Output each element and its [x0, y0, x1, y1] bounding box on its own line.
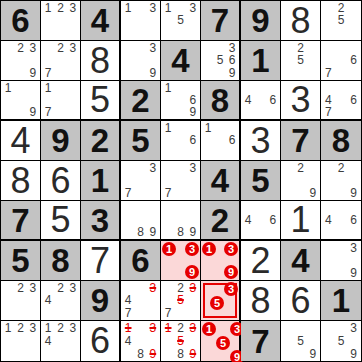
- pencil-marks: 25: [322, 2, 360, 39]
- candidate-1: 1: [2, 322, 14, 335]
- cell-r2c5[interactable]: 4: [161, 41, 201, 81]
- given-digit: 7: [201, 1, 239, 40]
- cell-r2c9[interactable]: 67: [321, 41, 361, 81]
- cell-r1c4[interactable]: 13: [121, 1, 161, 41]
- cell-r7c2[interactable]: 8: [41, 241, 81, 281]
- highlighted-candidate-3: 3: [185, 242, 199, 256]
- pencil-marks: 89: [162, 202, 199, 238]
- solved-digit: 5: [41, 201, 80, 239]
- cell-r7c3[interactable]: 7: [81, 241, 121, 281]
- cell-r5c2[interactable]: 6: [41, 161, 81, 201]
- given-digit: 7: [1, 201, 40, 239]
- pencil-marks: 25: [282, 42, 319, 79]
- given-digit: 1: [321, 281, 361, 320]
- candidate-7: 7: [122, 307, 134, 319]
- given-digit: 5: [1, 241, 40, 280]
- cell-r2c6[interactable]: 3569: [201, 41, 241, 81]
- cell-r6c3[interactable]: 3: [81, 201, 121, 241]
- candidate-3: 3: [67, 322, 79, 335]
- candidate-9: 9: [27, 106, 39, 118]
- candidate-9: 9: [347, 347, 360, 360]
- candidate-9: 9: [187, 226, 199, 238]
- candidate-5: 5: [214, 54, 226, 66]
- given-digit: 5: [241, 161, 280, 200]
- pencil-marks: 59: [282, 322, 319, 360]
- cell-r8c8[interactable]: 6: [281, 281, 321, 321]
- solved-digit: 6: [281, 281, 320, 320]
- cell-r4c9[interactable]: 8: [321, 121, 361, 161]
- given-digit: 2: [121, 81, 160, 119]
- cell-r1c7[interactable]: 9: [241, 1, 281, 41]
- cell-r3c4[interactable]: 2: [121, 81, 161, 121]
- highlighted-candidate-1: 1: [162, 242, 176, 256]
- pencil-marks: 13: [122, 2, 159, 39]
- candidate-4: 4: [42, 294, 54, 306]
- cell-r9c9[interactable]: 359: [321, 321, 361, 361]
- candidate-9: 9: [27, 67, 39, 79]
- pencil-marks: 123589: [162, 322, 199, 360]
- cell-r8c7[interactable]: 8: [241, 281, 281, 321]
- pencil-marks: 139: [202, 242, 238, 279]
- cell-r3c3[interactable]: 5: [81, 81, 121, 121]
- cell-r2c4[interactable]: 39: [121, 41, 161, 81]
- pencil-marks: 237: [42, 42, 79, 79]
- pencil-marks: 46: [242, 202, 279, 238]
- cell-r6c8[interactable]: 1: [281, 201, 321, 241]
- candidate-6: 6: [226, 54, 238, 66]
- candidate-3: 3: [147, 2, 159, 14]
- solved-digit: 4: [1, 121, 40, 160]
- solved-digit: 6: [81, 321, 119, 361]
- candidate-6: 6: [187, 134, 199, 146]
- candidate-2: 2: [335, 162, 348, 174]
- cell-r9c7[interactable]: 7: [241, 321, 281, 361]
- candidate-3: 3: [27, 42, 39, 54]
- candidate-2: 2: [174, 282, 186, 294]
- candidate-2: 2: [294, 162, 306, 174]
- eliminated-candidate-5: 5: [174, 294, 186, 306]
- cell-r4c3[interactable]: 2: [81, 121, 121, 161]
- cell-r6c9[interactable]: 46: [321, 201, 361, 241]
- solved-digit: 3: [281, 81, 320, 119]
- candidate-1: 1: [42, 322, 54, 335]
- solved-digit: 3: [241, 121, 280, 160]
- cell-r9c8[interactable]: 59: [281, 321, 321, 361]
- sudoku-board: 6123413135798252392378394356912567191752…: [0, 0, 362, 362]
- eliminated-candidate-9: 9: [187, 347, 199, 360]
- candidate-9: 9: [347, 187, 360, 199]
- given-digit: 2: [201, 201, 239, 239]
- given-digit: 4: [201, 161, 239, 200]
- cell-r4c5[interactable]: 16: [161, 121, 201, 161]
- pencil-marks: 46: [322, 202, 360, 238]
- candidate-3: 3: [147, 42, 159, 54]
- candidate-7: 7: [322, 106, 335, 118]
- cell-r7c7[interactable]: 2: [241, 241, 281, 281]
- pencil-marks: 29: [322, 162, 360, 199]
- cell-r8c1[interactable]: 23: [1, 281, 41, 321]
- candidate-6: 6: [267, 214, 279, 226]
- solved-digit: 8: [241, 281, 280, 320]
- pencil-marks: 467: [322, 82, 360, 118]
- cell-r5c1[interactable]: 8: [1, 161, 41, 201]
- candidate-4: 4: [42, 335, 54, 348]
- candidate-3: 3: [27, 282, 39, 294]
- cell-r5c5[interactable]: 37: [161, 161, 201, 201]
- cell-r2c7[interactable]: 1: [241, 41, 281, 81]
- candidate-3: 3: [67, 2, 79, 14]
- eliminated-candidate-1: 1: [162, 322, 174, 335]
- candidate-2: 2: [14, 322, 26, 335]
- cell-r9c5[interactable]: 123589: [161, 321, 201, 361]
- cell-r7c4[interactable]: 6: [121, 241, 161, 281]
- cell-r1c6[interactable]: 7: [201, 1, 241, 41]
- cell-r7c1[interactable]: 5: [1, 241, 41, 281]
- cell-r1c9[interactable]: 25: [321, 1, 361, 41]
- solved-digit: 8: [1, 161, 40, 200]
- cell-r1c3[interactable]: 4: [81, 1, 121, 41]
- pencil-marks: 169: [162, 82, 199, 118]
- cell-r8c2[interactable]: 234: [41, 281, 81, 321]
- candidate-9: 9: [307, 187, 319, 199]
- cell-r1c8[interactable]: 8: [281, 1, 321, 41]
- cell-r4c1[interactable]: 4: [1, 121, 41, 161]
- pencil-marks: 359: [322, 322, 360, 360]
- candidate-5: 5: [335, 335, 348, 348]
- candidate-3: 3: [147, 162, 159, 174]
- candidate-9: 9: [147, 67, 159, 79]
- candidate-4: 4: [122, 294, 134, 306]
- given-digit: 7: [281, 121, 320, 160]
- cell-r8c4[interactable]: 347: [121, 281, 161, 321]
- given-digit: 2: [81, 121, 119, 160]
- pencil-marks: 89: [122, 202, 159, 238]
- cell-r7c6[interactable]: 139: [201, 241, 241, 281]
- pencil-marks: 1359: [202, 322, 238, 360]
- pencil-marks: 67: [322, 42, 360, 79]
- given-digit: 9: [81, 281, 119, 320]
- candidate-2: 2: [54, 42, 66, 54]
- pencil-marks: 29: [282, 162, 319, 199]
- given-digit: 4: [161, 41, 200, 80]
- given-digit: 4: [281, 241, 320, 280]
- candidate-2: 2: [54, 282, 66, 294]
- candidate-9: 9: [226, 67, 238, 79]
- given-digit: 4: [81, 1, 119, 40]
- cell-r4c4[interactable]: 5: [121, 121, 161, 161]
- solved-digit: 8: [281, 1, 320, 40]
- cell-r4c2[interactable]: 9: [41, 121, 81, 161]
- cell-r7c8[interactable]: 4: [281, 241, 321, 281]
- cell-r9c6[interactable]: 1359: [201, 321, 241, 361]
- cell-r3c6[interactable]: 8: [201, 81, 241, 121]
- cell-r1c5[interactable]: 135: [161, 1, 201, 41]
- candidate-7: 7: [162, 307, 174, 319]
- solved-digit: 5: [81, 81, 119, 119]
- cell-r5c7[interactable]: 5: [241, 161, 281, 201]
- cell-r5c6[interactable]: 4: [201, 161, 241, 201]
- given-digit: 8: [321, 121, 361, 160]
- candidate-3: 3: [187, 162, 199, 174]
- given-digit: 7: [241, 321, 280, 361]
- candidate-8: 8: [174, 347, 186, 360]
- cell-r7c9[interactable]: 39: [321, 241, 361, 281]
- highlighted-candidate-9: 9: [224, 265, 238, 279]
- candidate-2: 2: [294, 42, 306, 54]
- cell-r5c9[interactable]: 29: [321, 161, 361, 201]
- given-digit: 1: [81, 161, 119, 200]
- pencil-marks: 37: [162, 162, 199, 199]
- candidate-4: 4: [242, 94, 254, 106]
- cell-r3c2[interactable]: 17: [41, 81, 81, 121]
- highlighted-candidate-3: 3: [224, 282, 238, 296]
- candidate-3: 3: [347, 322, 360, 335]
- pencil-marks: 123: [2, 322, 39, 360]
- pencil-marks: 3569: [202, 42, 238, 79]
- cell-r2c3[interactable]: 8: [81, 41, 121, 81]
- pencil-marks: 17: [42, 82, 79, 118]
- candidate-1: 1: [122, 2, 134, 14]
- candidate-6: 6: [347, 94, 360, 106]
- given-digit: 8: [41, 241, 80, 280]
- given-digit: 9: [241, 1, 280, 40]
- candidate-3: 3: [347, 242, 360, 254]
- pencil-marks: 13489: [122, 322, 159, 360]
- candidate-1: 1: [162, 122, 174, 134]
- eliminated-candidate-1: 1: [122, 322, 134, 335]
- candidate-1: 1: [202, 122, 214, 134]
- cell-r6c2[interactable]: 5: [41, 201, 81, 241]
- solved-digit: 6: [41, 161, 80, 200]
- given-digit: 3: [81, 201, 119, 239]
- cell-r6c7[interactable]: 46: [241, 201, 281, 241]
- pencil-marks: 23: [2, 282, 39, 319]
- candidate-3: 3: [67, 42, 79, 54]
- pencil-marks: 16: [162, 122, 199, 159]
- candidate-5: 5: [335, 14, 348, 26]
- cell-r8c3[interactable]: 9: [81, 281, 121, 321]
- highlighted-candidate-9: 9: [185, 265, 199, 279]
- candidate-3: 3: [27, 322, 39, 335]
- cell-r2c2[interactable]: 237: [41, 41, 81, 81]
- given-digit: 1: [241, 41, 280, 80]
- candidate-6: 6: [347, 214, 360, 226]
- cell-r8c6[interactable]: 35: [201, 281, 241, 321]
- cell-r3c1[interactable]: 19: [1, 81, 41, 121]
- candidate-7: 7: [42, 106, 54, 118]
- eliminated-candidate-3: 3: [187, 282, 199, 294]
- pencil-marks: 35: [202, 282, 238, 319]
- solved-digit: 7: [81, 241, 119, 280]
- cell-r5c3[interactable]: 1: [81, 161, 121, 201]
- highlighted-candidate-1: 1: [202, 242, 216, 256]
- pencil-marks: 46: [242, 82, 279, 118]
- pencil-marks: 39: [322, 242, 360, 279]
- candidate-4: 4: [322, 214, 335, 226]
- candidate-2: 2: [174, 322, 186, 335]
- pencil-marks: 234: [42, 282, 79, 319]
- given-digit: 5: [121, 121, 160, 160]
- candidate-5: 5: [294, 54, 306, 66]
- pencil-marks: 2357: [162, 282, 199, 319]
- pencil-marks: 39: [122, 42, 159, 79]
- candidate-9: 9: [307, 347, 319, 360]
- candidate-9: 9: [147, 226, 159, 238]
- candidate-4: 4: [122, 335, 134, 348]
- candidate-8: 8: [134, 347, 146, 360]
- candidate-2: 2: [14, 282, 26, 294]
- candidate-1: 1: [162, 2, 174, 14]
- cell-r3c8[interactable]: 3: [281, 81, 321, 121]
- pencil-marks: 19: [2, 82, 39, 118]
- candidate-2: 2: [54, 2, 66, 14]
- cell-r9c2[interactable]: 1234: [41, 321, 81, 361]
- eliminated-candidate-3: 3: [147, 282, 159, 294]
- cell-r7c5[interactable]: 139: [161, 241, 201, 281]
- candidate-1: 1: [2, 82, 14, 94]
- cell-r8c5[interactable]: 2357: [161, 281, 201, 321]
- cell-r6c4[interactable]: 89: [121, 201, 161, 241]
- pencil-marks: 139: [162, 242, 199, 279]
- cell-r4c7[interactable]: 3: [241, 121, 281, 161]
- cell-r3c7[interactable]: 46: [241, 81, 281, 121]
- cell-r6c1[interactable]: 7: [1, 201, 41, 241]
- cell-r2c1[interactable]: 239: [1, 41, 41, 81]
- pencil-marks: 1234: [42, 322, 79, 360]
- pencil-marks: 123: [42, 2, 79, 39]
- cell-r8c9[interactable]: 1: [321, 281, 361, 321]
- cell-r5c4[interactable]: 37: [121, 161, 161, 201]
- candidate-2: 2: [14, 42, 26, 54]
- eliminated-candidate-3: 3: [187, 322, 199, 335]
- highlighted-candidate-5: 5: [210, 296, 224, 310]
- highlighted-candidate-1: 1: [202, 322, 216, 336]
- candidate-3: 3: [226, 42, 238, 54]
- candidate-9: 9: [187, 106, 199, 118]
- candidate-6: 6: [267, 94, 279, 106]
- candidate-5: 5: [174, 14, 186, 26]
- cell-r9c3[interactable]: 6: [81, 321, 121, 361]
- cell-r4c8[interactable]: 7: [281, 121, 321, 161]
- candidate-7: 7: [322, 67, 335, 79]
- cell-r5c8[interactable]: 29: [281, 161, 321, 201]
- given-digit: 6: [121, 241, 160, 280]
- pencil-marks: 37: [122, 162, 159, 199]
- pencil-marks: 239: [2, 42, 39, 79]
- candidate-8: 8: [134, 226, 146, 238]
- cell-r6c6[interactable]: 2: [201, 201, 241, 241]
- pencil-marks: 16: [202, 122, 238, 159]
- cell-r3c9[interactable]: 467: [321, 81, 361, 121]
- candidate-7: 7: [122, 187, 134, 199]
- candidate-7: 7: [162, 187, 174, 199]
- given-digit: 9: [41, 121, 80, 160]
- candidate-4: 4: [242, 214, 254, 226]
- candidate-7: 7: [42, 67, 54, 79]
- candidate-1: 1: [162, 82, 174, 94]
- candidate-1: 1: [42, 2, 54, 14]
- pencil-marks: 347: [122, 282, 159, 319]
- candidate-2: 2: [54, 322, 66, 335]
- candidate-5: 5: [294, 335, 306, 348]
- cell-r4c6[interactable]: 16: [201, 121, 241, 161]
- candidate-3: 3: [67, 282, 79, 294]
- cell-r9c4[interactable]: 13489: [121, 321, 161, 361]
- cell-r3c5[interactable]: 169: [161, 81, 201, 121]
- eliminated-candidate-5: 5: [174, 335, 186, 348]
- candidate-2: 2: [335, 2, 348, 14]
- candidate-3: 3: [187, 2, 199, 14]
- solved-digit: 1: [281, 201, 320, 239]
- cell-r1c2[interactable]: 123: [41, 1, 81, 41]
- cell-r1c1[interactable]: 6: [1, 1, 41, 41]
- cell-r6c5[interactable]: 89: [161, 201, 201, 241]
- cell-r9c1[interactable]: 123: [1, 321, 41, 361]
- candidate-9: 9: [347, 267, 360, 279]
- candidate-6: 6: [226, 134, 238, 146]
- given-digit: 6: [1, 1, 40, 40]
- highlighted-candidate-3: 3: [224, 242, 238, 256]
- candidate-8: 8: [174, 226, 186, 238]
- solved-digit: 8: [81, 41, 119, 80]
- eliminated-candidate-3: 3: [147, 322, 159, 335]
- solved-digit: 2: [241, 241, 280, 280]
- pencil-marks: 135: [162, 2, 199, 39]
- highlighted-candidate-5: 5: [216, 336, 230, 350]
- candidate-6: 6: [347, 54, 360, 66]
- candidate-1: 1: [42, 82, 54, 94]
- eliminated-candidate-9: 9: [147, 347, 159, 360]
- cell-r2c8[interactable]: 25: [281, 41, 321, 81]
- given-digit: 8: [201, 81, 239, 119]
